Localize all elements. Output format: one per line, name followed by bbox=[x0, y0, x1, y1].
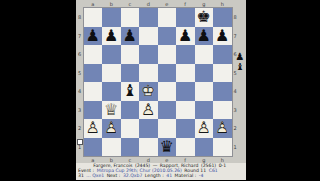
rank-labels-right: 87654321 bbox=[232, 8, 238, 156]
square-h1[interactable] bbox=[213, 138, 232, 157]
square-d5[interactable] bbox=[139, 64, 158, 83]
square-a4[interactable] bbox=[84, 82, 103, 101]
square-h2[interactable]: ♟♙ bbox=[213, 119, 232, 138]
square-a5[interactable] bbox=[84, 64, 103, 83]
square-a6[interactable] bbox=[84, 45, 103, 64]
square-e4[interactable] bbox=[158, 82, 177, 101]
square-g7[interactable]: ♟ bbox=[195, 27, 214, 46]
square-g1[interactable] bbox=[195, 138, 214, 157]
square-e8[interactable] bbox=[158, 8, 177, 27]
game-info-strip: Fargere, Francois(2445)—Rapport, Richard… bbox=[76, 163, 246, 181]
file-label-h: h bbox=[213, 1, 232, 7]
square-f1[interactable] bbox=[176, 138, 195, 157]
square-f2[interactable] bbox=[176, 119, 195, 138]
square-c6[interactable] bbox=[121, 45, 140, 64]
square-b2[interactable]: ♟♙ bbox=[102, 119, 121, 138]
square-c5[interactable] bbox=[121, 64, 140, 83]
square-c1[interactable] bbox=[121, 138, 140, 157]
white-queen[interactable]: ♛♕ bbox=[102, 101, 121, 120]
square-d7[interactable] bbox=[139, 27, 158, 46]
square-h4[interactable] bbox=[213, 82, 232, 101]
rank-label-3: 3 bbox=[232, 101, 238, 120]
square-d2[interactable] bbox=[139, 119, 158, 138]
square-b5[interactable] bbox=[102, 64, 121, 83]
file-label-c: c bbox=[121, 1, 140, 7]
black-pawn[interactable]: ♟ bbox=[121, 27, 140, 46]
square-d8[interactable] bbox=[139, 8, 158, 27]
square-d3[interactable]: ♟♙ bbox=[139, 101, 158, 120]
square-a7[interactable]: ♟ bbox=[84, 27, 103, 46]
square-c2[interactable] bbox=[121, 119, 140, 138]
chessboard-panel: abcdefgh 87654321 87654321 ♚♟♟♟♟♟♟♝♚♔♛♕♟… bbox=[76, 0, 246, 180]
file-label-a: a bbox=[84, 1, 103, 7]
square-b3[interactable]: ♛♕ bbox=[102, 101, 121, 120]
square-g2[interactable]: ♟♙ bbox=[195, 119, 214, 138]
square-e7[interactable] bbox=[158, 27, 177, 46]
eco-code: C61 bbox=[209, 168, 218, 173]
square-c3[interactable] bbox=[121, 101, 140, 120]
rank-label-4: 4 bbox=[77, 82, 83, 101]
rank-label-3: 3 bbox=[77, 101, 83, 120]
black-pawn[interactable]: ♟ bbox=[102, 27, 121, 46]
rank-label-5: 5 bbox=[77, 64, 83, 83]
square-h7[interactable]: ♟ bbox=[213, 27, 232, 46]
square-a1[interactable] bbox=[84, 138, 103, 157]
next-move: 32.Qxb7 bbox=[123, 173, 142, 178]
square-h8[interactable] bbox=[213, 8, 232, 27]
square-a3[interactable] bbox=[84, 101, 103, 120]
square-e3[interactable] bbox=[158, 101, 177, 120]
rank-label-6: 6 bbox=[77, 45, 83, 64]
square-b8[interactable] bbox=[102, 8, 121, 27]
square-d4[interactable]: ♚♔ bbox=[139, 82, 158, 101]
square-a2[interactable]: ♟♙ bbox=[84, 119, 103, 138]
square-e5[interactable] bbox=[158, 64, 177, 83]
move-status-line: 31... Qxe1Next :32.Qxb7Length :41Materia… bbox=[76, 173, 246, 178]
white-pawn[interactable]: ♟♙ bbox=[84, 119, 103, 138]
square-f8[interactable] bbox=[176, 8, 195, 27]
square-b6[interactable] bbox=[102, 45, 121, 64]
white-pawn[interactable]: ♟♙ bbox=[195, 119, 214, 138]
square-e2[interactable] bbox=[158, 119, 177, 138]
last-move: ... Qxe1 bbox=[86, 173, 104, 178]
black-king[interactable]: ♚ bbox=[195, 8, 214, 27]
square-c7[interactable]: ♟ bbox=[121, 27, 140, 46]
square-d6[interactable] bbox=[139, 45, 158, 64]
square-f3[interactable] bbox=[176, 101, 195, 120]
rank-label-4: 4 bbox=[232, 82, 238, 101]
captured-material-tray: ♟♝ bbox=[234, 52, 246, 72]
rank-label-7: 7 bbox=[232, 27, 238, 46]
square-g6[interactable] bbox=[195, 45, 214, 64]
rank-label-7: 7 bbox=[77, 27, 83, 46]
square-b7[interactable]: ♟ bbox=[102, 27, 121, 46]
white-to-move-indicator bbox=[77, 139, 83, 145]
rank-label-8: 8 bbox=[77, 8, 83, 27]
black-pawn[interactable]: ♟ bbox=[176, 27, 195, 46]
square-b4[interactable] bbox=[102, 82, 121, 101]
material-value: -4 bbox=[199, 173, 204, 178]
black-bishop[interactable]: ♝ bbox=[121, 82, 140, 101]
chess-board: ♚♟♟♟♟♟♟♝♚♔♛♕♟♙♟♙♟♙♟♙♟♙♛ bbox=[84, 8, 232, 156]
square-e1[interactable]: ♛ bbox=[158, 138, 177, 157]
next-label: Next : bbox=[107, 173, 121, 178]
square-f4[interactable] bbox=[176, 82, 195, 101]
white-pawn[interactable]: ♟♙ bbox=[213, 119, 232, 138]
square-c4[interactable]: ♝ bbox=[121, 82, 140, 101]
file-label-d: d bbox=[139, 1, 158, 7]
square-h6[interactable] bbox=[213, 45, 232, 64]
black-queen[interactable]: ♛ bbox=[158, 138, 177, 157]
square-b1[interactable] bbox=[102, 138, 121, 157]
black-pawn[interactable]: ♟ bbox=[84, 27, 103, 46]
square-c8[interactable] bbox=[121, 8, 140, 27]
black-pawn[interactable]: ♟ bbox=[213, 27, 232, 46]
rank-label-2: 2 bbox=[232, 119, 238, 138]
square-g8[interactable]: ♚ bbox=[195, 8, 214, 27]
rank-label-1: 1 bbox=[232, 138, 238, 157]
square-f7[interactable]: ♟ bbox=[176, 27, 195, 46]
file-label-e: e bbox=[158, 1, 177, 7]
file-label-f: f bbox=[176, 1, 195, 7]
square-d1[interactable] bbox=[139, 138, 158, 157]
length-value: 41 bbox=[166, 173, 172, 178]
file-label-b: b bbox=[102, 1, 121, 7]
square-f6[interactable] bbox=[176, 45, 195, 64]
square-h3[interactable] bbox=[213, 101, 232, 120]
rank-label-8: 8 bbox=[232, 8, 238, 27]
move-number: 31 bbox=[78, 173, 84, 178]
square-g5[interactable] bbox=[195, 64, 214, 83]
rank-label-2: 2 bbox=[77, 119, 83, 138]
square-g4[interactable] bbox=[195, 82, 214, 101]
length-label: Length : bbox=[145, 173, 164, 178]
square-e6[interactable] bbox=[158, 45, 177, 64]
square-a8[interactable] bbox=[84, 8, 103, 27]
square-g3[interactable] bbox=[195, 101, 214, 120]
white-pawn[interactable]: ♟♙ bbox=[139, 101, 158, 120]
square-f5[interactable] bbox=[176, 64, 195, 83]
material-label: Material : bbox=[175, 173, 197, 178]
white-pawn[interactable]: ♟♙ bbox=[102, 119, 121, 138]
black-pawn[interactable]: ♟ bbox=[195, 27, 214, 46]
rank-labels-left: 87654321 bbox=[77, 8, 83, 156]
white-king[interactable]: ♚♔ bbox=[139, 82, 158, 101]
square-h5[interactable] bbox=[213, 64, 232, 83]
tray-black-bishop: ♝ bbox=[236, 62, 245, 72]
